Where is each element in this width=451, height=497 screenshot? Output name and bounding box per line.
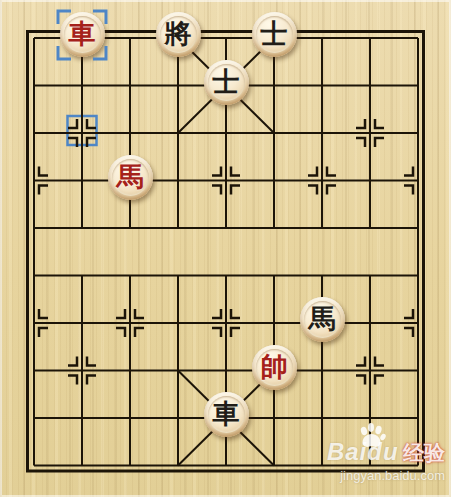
piece-red-chariot[interactable]: 車	[60, 12, 105, 57]
piece-black-horse[interactable]: 馬	[300, 297, 345, 342]
piece-glyph: 車	[213, 400, 240, 427]
xiangqi-board-screenshot: 車將士士馬馬帥車 Baidu 经验 jingyan.baidu.com	[0, 0, 451, 497]
piece-glyph: 士	[261, 20, 288, 47]
piece-glyph: 車	[69, 20, 96, 47]
piece-red-general[interactable]: 帥	[252, 345, 297, 390]
piece-black-advisor[interactable]: 士	[204, 60, 249, 105]
piece-glyph: 馬	[309, 305, 336, 332]
piece-glyph: 帥	[261, 353, 288, 380]
piece-glyph: 將	[165, 20, 192, 47]
piece-black-advisor[interactable]: 士	[252, 12, 297, 57]
piece-layer: 車將士士馬馬帥車	[10, 14, 442, 489]
piece-black-general[interactable]: 將	[156, 12, 201, 57]
piece-glyph: 馬	[117, 163, 144, 190]
piece-glyph: 士	[213, 68, 240, 95]
piece-red-horse[interactable]: 馬	[108, 155, 153, 200]
piece-black-chariot[interactable]: 車	[204, 392, 249, 437]
